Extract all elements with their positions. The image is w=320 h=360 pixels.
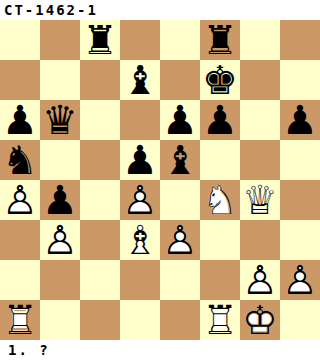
black-knight-piece[interactable]: ♞ [2, 140, 38, 180]
square-a4[interactable]: ♟♙ [0, 180, 40, 220]
square-e1[interactable] [160, 300, 200, 340]
white-queen-outline: ♕ [242, 180, 278, 220]
square-a8[interactable] [0, 20, 40, 60]
white-pawn-piece[interactable]: ♟♙ [162, 220, 198, 260]
white-king-piece[interactable]: ♚♔ [242, 300, 278, 340]
square-c1[interactable] [80, 300, 120, 340]
white-rook-piece[interactable]: ♜♖ [2, 300, 38, 340]
white-pawn-piece[interactable]: ♟♙ [42, 220, 78, 260]
black-bishop-piece[interactable]: ♝ [162, 140, 198, 180]
black-pawn-piece[interactable]: ♟ [42, 180, 78, 220]
white-pawn-outline: ♙ [2, 180, 38, 220]
white-pawn-outline: ♙ [242, 260, 278, 300]
square-e6[interactable]: ♟ [160, 100, 200, 140]
square-h3[interactable] [280, 220, 320, 260]
square-d6[interactable] [120, 100, 160, 140]
square-e5[interactable]: ♝ [160, 140, 200, 180]
square-e7[interactable] [160, 60, 200, 100]
square-f5[interactable] [200, 140, 240, 180]
white-knight-piece[interactable]: ♞♘ [202, 180, 238, 220]
square-d3[interactable]: ♝♗ [120, 220, 160, 260]
square-h5[interactable] [280, 140, 320, 180]
square-g3[interactable] [240, 220, 280, 260]
white-pawn-outline: ♙ [282, 260, 318, 300]
square-g7[interactable] [240, 60, 280, 100]
white-pawn-piece[interactable]: ♟♙ [122, 180, 158, 220]
white-bishop-piece[interactable]: ♝♗ [122, 220, 158, 260]
square-b5[interactable] [40, 140, 80, 180]
white-rook-outline: ♖ [202, 300, 238, 340]
square-a5[interactable]: ♞ [0, 140, 40, 180]
black-rook-piece[interactable]: ♜ [82, 20, 118, 60]
move-prompt: 1. ? [0, 340, 320, 360]
square-f1[interactable]: ♜♖ [200, 300, 240, 340]
square-c3[interactable] [80, 220, 120, 260]
square-e4[interactable] [160, 180, 200, 220]
square-b8[interactable] [40, 20, 80, 60]
square-c5[interactable] [80, 140, 120, 180]
square-f8[interactable]: ♜ [200, 20, 240, 60]
square-b6[interactable]: ♛ [40, 100, 80, 140]
white-pawn-outline: ♙ [122, 180, 158, 220]
puzzle-title: CT-1462-1 [0, 0, 320, 20]
square-b7[interactable] [40, 60, 80, 100]
black-pawn-piece[interactable]: ♟ [162, 100, 198, 140]
square-c2[interactable] [80, 260, 120, 300]
square-a3[interactable] [0, 220, 40, 260]
square-d2[interactable] [120, 260, 160, 300]
black-pawn-piece[interactable]: ♟ [282, 100, 318, 140]
square-a6[interactable]: ♟ [0, 100, 40, 140]
square-c7[interactable] [80, 60, 120, 100]
white-pawn-outline: ♙ [42, 220, 78, 260]
square-b3[interactable]: ♟♙ [40, 220, 80, 260]
square-f4[interactable]: ♞♘ [200, 180, 240, 220]
white-pawn-piece[interactable]: ♟♙ [2, 180, 38, 220]
square-d8[interactable] [120, 20, 160, 60]
white-pawn-piece[interactable]: ♟♙ [242, 260, 278, 300]
square-g5[interactable] [240, 140, 280, 180]
square-f2[interactable] [200, 260, 240, 300]
square-d5[interactable]: ♟ [120, 140, 160, 180]
square-h6[interactable]: ♟ [280, 100, 320, 140]
square-a7[interactable] [0, 60, 40, 100]
square-d7[interactable]: ♝ [120, 60, 160, 100]
square-h2[interactable]: ♟♙ [280, 260, 320, 300]
square-e3[interactable]: ♟♙ [160, 220, 200, 260]
square-b4[interactable]: ♟ [40, 180, 80, 220]
square-b1[interactable] [40, 300, 80, 340]
square-f3[interactable] [200, 220, 240, 260]
white-knight-outline: ♘ [202, 180, 238, 220]
square-e2[interactable] [160, 260, 200, 300]
black-bishop-piece[interactable]: ♝ [122, 60, 158, 100]
white-pawn-piece[interactable]: ♟♙ [282, 260, 318, 300]
square-c8[interactable]: ♜ [80, 20, 120, 60]
chess-board: ♜♜♝♚♟♛♟♟♟♞♟♝♟♙♟♟♙♞♘♛♕♟♙♝♗♟♙♟♙♟♙♜♖♜♖♚♔ [0, 20, 320, 340]
square-c6[interactable] [80, 100, 120, 140]
square-d4[interactable]: ♟♙ [120, 180, 160, 220]
black-rook-piece[interactable]: ♜ [202, 20, 238, 60]
black-pawn-piece[interactable]: ♟ [122, 140, 158, 180]
square-d1[interactable] [120, 300, 160, 340]
square-g2[interactable]: ♟♙ [240, 260, 280, 300]
white-rook-piece[interactable]: ♜♖ [202, 300, 238, 340]
square-h1[interactable] [280, 300, 320, 340]
black-king-piece[interactable]: ♚ [202, 60, 238, 100]
black-pawn-piece[interactable]: ♟ [2, 100, 38, 140]
square-h7[interactable] [280, 60, 320, 100]
square-g6[interactable] [240, 100, 280, 140]
square-g8[interactable] [240, 20, 280, 60]
square-g4[interactable]: ♛♕ [240, 180, 280, 220]
square-h8[interactable] [280, 20, 320, 60]
square-a2[interactable] [0, 260, 40, 300]
square-e8[interactable] [160, 20, 200, 60]
white-bishop-outline: ♗ [122, 220, 158, 260]
black-queen-piece[interactable]: ♛ [42, 100, 78, 140]
white-queen-piece[interactable]: ♛♕ [242, 180, 278, 220]
white-rook-outline: ♖ [2, 300, 38, 340]
square-b2[interactable] [40, 260, 80, 300]
black-pawn-piece[interactable]: ♟ [202, 100, 238, 140]
square-f6[interactable]: ♟ [200, 100, 240, 140]
square-f7[interactable]: ♚ [200, 60, 240, 100]
square-g1[interactable]: ♚♔ [240, 300, 280, 340]
square-c4[interactable] [80, 180, 120, 220]
white-king-outline: ♔ [242, 300, 278, 340]
white-pawn-outline: ♙ [162, 220, 198, 260]
square-a1[interactable]: ♜♖ [0, 300, 40, 340]
square-h4[interactable] [280, 180, 320, 220]
